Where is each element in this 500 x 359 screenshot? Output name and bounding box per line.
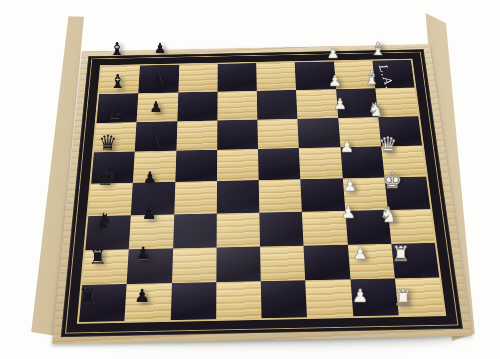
square	[302, 211, 347, 246]
square	[171, 247, 216, 283]
square	[94, 122, 137, 153]
square	[295, 62, 336, 90]
square	[176, 120, 217, 151]
square	[257, 90, 298, 119]
square	[97, 93, 139, 123]
square	[256, 62, 296, 90]
square	[299, 147, 342, 179]
square	[378, 116, 422, 147]
square	[259, 179, 302, 212]
square	[301, 178, 345, 211]
square	[127, 248, 173, 284]
square	[217, 63, 256, 91]
square	[305, 280, 352, 318]
square	[304, 244, 350, 280]
square	[217, 149, 259, 181]
square	[133, 151, 176, 183]
square	[350, 279, 398, 317]
square	[395, 278, 444, 316]
square	[345, 210, 391, 245]
square	[216, 212, 260, 247]
square	[170, 282, 216, 320]
square	[175, 150, 217, 182]
square	[340, 147, 384, 179]
square	[336, 88, 378, 117]
square	[375, 87, 418, 116]
square	[173, 213, 217, 248]
square	[178, 64, 218, 92]
square	[216, 246, 261, 282]
square	[334, 61, 376, 89]
square	[85, 215, 131, 250]
squares-grid	[79, 60, 444, 322]
square	[261, 280, 307, 318]
wooden-frame	[52, 44, 472, 344]
square	[125, 283, 172, 321]
square	[260, 245, 305, 281]
square	[217, 91, 257, 120]
square	[137, 92, 178, 122]
square	[347, 243, 394, 279]
square	[381, 146, 426, 178]
square	[79, 284, 127, 322]
square	[257, 118, 299, 149]
black-border-band	[61, 49, 463, 337]
square	[384, 177, 430, 210]
square	[99, 66, 140, 94]
square	[338, 117, 381, 148]
square	[129, 214, 174, 249]
square	[342, 177, 387, 210]
square	[91, 152, 135, 184]
square	[138, 65, 178, 93]
square	[82, 249, 129, 285]
square	[135, 121, 177, 152]
square	[217, 180, 260, 213]
square	[217, 119, 258, 150]
square	[258, 148, 301, 180]
square	[216, 281, 262, 319]
square	[391, 243, 439, 279]
square	[88, 183, 133, 216]
chess-board	[52, 44, 472, 344]
square	[296, 89, 338, 118]
square	[388, 209, 435, 244]
square	[131, 182, 175, 215]
square	[298, 118, 340, 149]
square	[259, 212, 303, 247]
square	[177, 91, 217, 120]
square	[174, 181, 217, 214]
